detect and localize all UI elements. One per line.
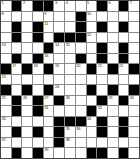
black-cell	[97, 117, 107, 127]
black-cell	[12, 54, 22, 64]
white-cell[interactable]: 15	[65, 43, 75, 53]
white-cell[interactable]: 2	[22, 1, 32, 11]
black-cell	[97, 1, 107, 11]
black-cell	[87, 64, 97, 74]
white-cell[interactable]	[97, 138, 107, 148]
white-cell[interactable]	[22, 33, 32, 43]
white-cell[interactable]: 25	[1, 96, 11, 106]
white-cell[interactable]	[44, 75, 54, 85]
white-cell[interactable]: 16	[44, 54, 54, 64]
white-cell[interactable]: 23	[1, 75, 11, 85]
black-cell	[129, 64, 139, 74]
black-cell	[65, 33, 75, 43]
clue-number: 15	[66, 43, 70, 47]
white-cell[interactable]	[33, 138, 43, 148]
white-cell[interactable]	[22, 138, 32, 148]
black-cell	[22, 85, 32, 95]
black-cell	[108, 64, 118, 74]
white-cell[interactable]	[65, 64, 75, 74]
white-cell[interactable]	[129, 22, 139, 32]
clue-number: 6	[108, 1, 110, 5]
white-cell[interactable]	[108, 117, 118, 127]
white-cell[interactable]: 24	[54, 85, 64, 95]
white-cell[interactable]	[108, 33, 118, 43]
white-cell[interactable]: 10	[87, 12, 97, 22]
black-cell	[108, 85, 118, 95]
black-cell	[119, 1, 129, 11]
white-cell[interactable]	[22, 43, 32, 53]
white-cell[interactable]	[33, 75, 43, 85]
white-cell[interactable]: 28	[65, 96, 75, 106]
black-cell	[44, 64, 54, 74]
clue-number: 12	[87, 33, 91, 37]
white-cell[interactable]: 5	[87, 1, 97, 11]
white-cell[interactable]: 22	[119, 64, 129, 74]
white-cell[interactable]	[12, 117, 22, 127]
clue-number: 21	[98, 64, 102, 68]
white-cell[interactable]: 13	[1, 43, 11, 53]
white-cell[interactable]	[87, 75, 97, 85]
white-cell[interactable]	[54, 22, 64, 32]
clue-number: 27	[44, 96, 48, 100]
white-cell[interactable]: 20	[76, 64, 86, 74]
white-cell[interactable]	[129, 106, 139, 116]
black-cell	[87, 106, 97, 116]
black-cell	[119, 54, 129, 64]
white-cell[interactable]: 32	[97, 106, 107, 116]
white-cell[interactable]	[22, 54, 32, 64]
clue-number: 7	[130, 1, 132, 5]
clue-number: 26	[23, 96, 27, 100]
black-cell	[12, 33, 22, 43]
white-cell[interactable]	[1, 148, 11, 158]
white-cell[interactable]	[119, 75, 129, 85]
white-cell[interactable]	[54, 75, 64, 85]
white-cell[interactable]	[76, 43, 86, 53]
white-cell[interactable]	[65, 148, 75, 158]
black-cell	[44, 43, 54, 53]
white-cell[interactable]	[65, 75, 75, 85]
clue-number: 31	[44, 106, 48, 110]
black-cell	[119, 43, 129, 53]
white-cell[interactable]	[108, 12, 118, 22]
white-cell[interactable]	[65, 106, 75, 116]
black-cell	[54, 127, 64, 137]
white-cell[interactable]	[97, 33, 107, 43]
white-cell[interactable]	[76, 148, 86, 158]
white-cell[interactable]	[108, 43, 118, 53]
white-cell[interactable]	[1, 127, 11, 137]
clue-number: 22	[119, 64, 123, 68]
white-cell[interactable]	[129, 117, 139, 127]
white-cell[interactable]	[54, 12, 64, 22]
black-cell	[1, 85, 11, 95]
black-cell	[129, 85, 139, 95]
clue-number: 32	[98, 106, 102, 110]
white-cell[interactable]	[12, 85, 22, 95]
black-cell	[33, 96, 43, 106]
white-cell[interactable]	[76, 96, 86, 106]
white-cell[interactable]: 18	[33, 64, 43, 74]
white-cell[interactable]: 12	[87, 33, 97, 43]
crossword-page: 1234567891011121314151617181920212223242…	[0, 0, 140, 159]
white-cell[interactable]: 6	[108, 1, 118, 11]
clue-number: 39	[44, 148, 48, 152]
black-cell	[12, 127, 22, 137]
white-cell[interactable]	[33, 117, 43, 127]
white-cell[interactable]	[65, 22, 75, 32]
white-cell[interactable]	[65, 54, 75, 64]
black-cell	[33, 148, 43, 158]
black-cell	[1, 64, 11, 74]
white-cell[interactable]	[108, 148, 118, 158]
white-cell[interactable]	[22, 148, 32, 158]
white-cell[interactable]: 3	[54, 1, 64, 11]
clue-number: 5	[87, 1, 89, 5]
white-cell[interactable]	[119, 106, 129, 116]
white-cell[interactable]	[76, 75, 86, 85]
clue-number: 20	[76, 64, 80, 68]
crossword-grid: 1234567891011121314151617181920212223242…	[0, 0, 140, 159]
white-cell[interactable]	[22, 75, 32, 85]
white-cell[interactable]	[33, 43, 43, 53]
black-cell	[33, 127, 43, 137]
white-cell[interactable]	[108, 22, 118, 32]
white-cell[interactable]	[129, 138, 139, 148]
black-cell	[97, 96, 107, 106]
white-cell[interactable]: 7	[129, 1, 139, 11]
clue-number: 1	[2, 1, 4, 5]
clue-number: 4	[66, 1, 68, 5]
black-cell	[54, 96, 64, 106]
white-cell[interactable]: 8	[1, 12, 11, 22]
white-cell[interactable]	[119, 138, 129, 148]
clue-number: 10	[87, 12, 91, 16]
white-cell[interactable]	[22, 12, 32, 22]
white-cell[interactable]: 35	[65, 127, 75, 137]
white-cell[interactable]	[44, 117, 54, 127]
white-cell[interactable]	[1, 33, 11, 43]
white-cell[interactable]	[33, 85, 43, 95]
black-cell	[97, 22, 107, 32]
white-cell[interactable]	[129, 127, 139, 137]
black-cell	[119, 96, 129, 106]
white-cell[interactable]	[76, 106, 86, 116]
clue-number: 30	[130, 96, 134, 100]
white-cell[interactable]	[97, 85, 107, 95]
white-cell[interactable]	[12, 138, 22, 148]
white-cell[interactable]	[129, 54, 139, 64]
clue-number: 35	[66, 127, 70, 131]
black-cell	[87, 148, 97, 158]
black-cell	[12, 148, 22, 158]
white-cell[interactable]	[76, 1, 86, 11]
black-cell	[33, 1, 43, 11]
white-cell[interactable]	[129, 75, 139, 85]
clue-number: 19	[55, 64, 59, 68]
white-cell[interactable]: 11	[44, 22, 54, 32]
black-cell	[76, 54, 86, 64]
black-cell	[33, 106, 43, 116]
white-cell[interactable]: 39	[44, 148, 54, 158]
white-cell[interactable]	[22, 127, 32, 137]
black-cell	[22, 64, 32, 74]
white-cell[interactable]	[65, 85, 75, 95]
white-cell[interactable]	[33, 12, 43, 22]
white-cell[interactable]	[129, 43, 139, 53]
white-cell[interactable]	[97, 12, 107, 22]
white-cell[interactable]	[22, 22, 32, 32]
black-cell	[33, 33, 43, 43]
white-cell[interactable]	[1, 22, 11, 32]
white-cell[interactable]	[129, 12, 139, 22]
black-cell	[12, 106, 22, 116]
black-cell	[97, 127, 107, 137]
clue-number: 2	[23, 1, 25, 5]
black-cell	[119, 117, 129, 127]
white-cell[interactable]	[22, 117, 32, 127]
white-cell[interactable]	[129, 33, 139, 43]
clue-number: 16	[44, 54, 48, 58]
black-cell	[12, 96, 22, 106]
black-cell	[54, 138, 64, 148]
white-cell[interactable]: 33	[1, 117, 11, 127]
black-cell	[33, 22, 43, 32]
white-cell[interactable]	[87, 54, 97, 64]
white-cell[interactable]	[22, 106, 32, 116]
white-cell[interactable]	[1, 106, 11, 116]
white-cell[interactable]	[54, 54, 64, 64]
white-cell[interactable]	[65, 12, 75, 22]
white-cell[interactable]	[108, 138, 118, 148]
white-cell[interactable]	[87, 127, 97, 137]
white-cell[interactable]: 38	[65, 138, 75, 148]
white-cell[interactable]	[97, 75, 107, 85]
black-cell	[44, 1, 54, 11]
white-cell[interactable]: 26	[22, 96, 32, 106]
white-cell[interactable]	[87, 96, 97, 106]
clue-number: 14	[55, 43, 59, 47]
white-cell[interactable]	[12, 75, 22, 85]
clue-number: 34	[87, 117, 91, 121]
clue-number: 18	[34, 64, 38, 68]
white-cell[interactable]	[119, 33, 129, 43]
white-cell[interactable]	[76, 85, 86, 95]
black-cell	[76, 12, 86, 22]
black-cell	[54, 33, 64, 43]
white-cell[interactable]: 9	[44, 12, 54, 22]
white-cell[interactable]	[87, 22, 97, 32]
black-cell	[119, 22, 129, 32]
white-cell[interactable]	[44, 33, 54, 43]
black-cell	[65, 117, 75, 127]
white-cell[interactable]	[54, 148, 64, 158]
black-cell	[12, 1, 22, 11]
white-cell[interactable]: 37	[1, 138, 11, 148]
black-cell	[33, 54, 43, 64]
white-cell[interactable]: 30	[129, 96, 139, 106]
black-cell	[119, 148, 129, 158]
white-cell[interactable]	[44, 138, 54, 148]
white-cell[interactable]: 4	[65, 1, 75, 11]
white-cell[interactable]	[12, 12, 22, 22]
white-cell[interactable]: 34	[87, 117, 97, 127]
white-cell[interactable]	[108, 54, 118, 64]
white-cell[interactable]: 29	[108, 96, 118, 106]
clue-number: 33	[2, 117, 6, 121]
clue-number: 9	[44, 12, 46, 16]
clue-number: 24	[55, 85, 59, 89]
white-cell[interactable]	[108, 75, 118, 85]
white-cell[interactable]	[12, 43, 22, 53]
white-cell[interactable]	[54, 106, 64, 116]
black-cell	[97, 43, 107, 53]
clue-number: 17	[12, 64, 16, 68]
white-cell[interactable]: 17	[12, 64, 22, 74]
clue-number: 28	[66, 96, 70, 100]
black-cell	[12, 22, 22, 32]
white-cell[interactable]	[108, 127, 118, 137]
black-cell	[54, 117, 64, 127]
white-cell[interactable]	[76, 138, 86, 148]
clue-number: 25	[2, 96, 6, 100]
black-cell	[97, 54, 107, 64]
clue-number: 8	[2, 12, 4, 16]
clue-number: 36	[76, 127, 80, 131]
clue-number: 3	[55, 1, 57, 5]
black-cell	[87, 85, 97, 95]
white-cell[interactable]	[119, 12, 129, 22]
white-cell[interactable]: 1	[1, 1, 11, 11]
white-cell[interactable]: 36	[76, 127, 86, 137]
white-cell[interactable]	[87, 43, 97, 53]
clue-number: 13	[2, 43, 6, 47]
white-cell[interactable]	[44, 127, 54, 137]
white-cell[interactable]	[1, 54, 11, 64]
black-cell	[97, 148, 107, 158]
black-cell	[76, 117, 86, 127]
white-cell[interactable]: 19	[54, 64, 64, 74]
black-cell	[44, 85, 54, 95]
clue-number: 23	[2, 75, 6, 79]
black-cell	[119, 127, 129, 137]
black-cell	[76, 33, 86, 43]
white-cell[interactable]: 31	[44, 106, 54, 116]
white-cell[interactable]: 27	[44, 96, 54, 106]
white-cell[interactable]	[129, 148, 139, 158]
white-cell[interactable]	[87, 138, 97, 148]
black-cell	[76, 22, 86, 32]
clue-number: 38	[66, 138, 70, 142]
clue-number: 37	[2, 138, 6, 142]
white-cell[interactable]: 14	[54, 43, 64, 53]
white-cell[interactable]	[119, 85, 129, 95]
white-cell[interactable]	[108, 106, 118, 116]
white-cell[interactable]: 21	[97, 64, 107, 74]
clue-number: 11	[44, 22, 48, 26]
clue-number: 29	[108, 96, 112, 100]
